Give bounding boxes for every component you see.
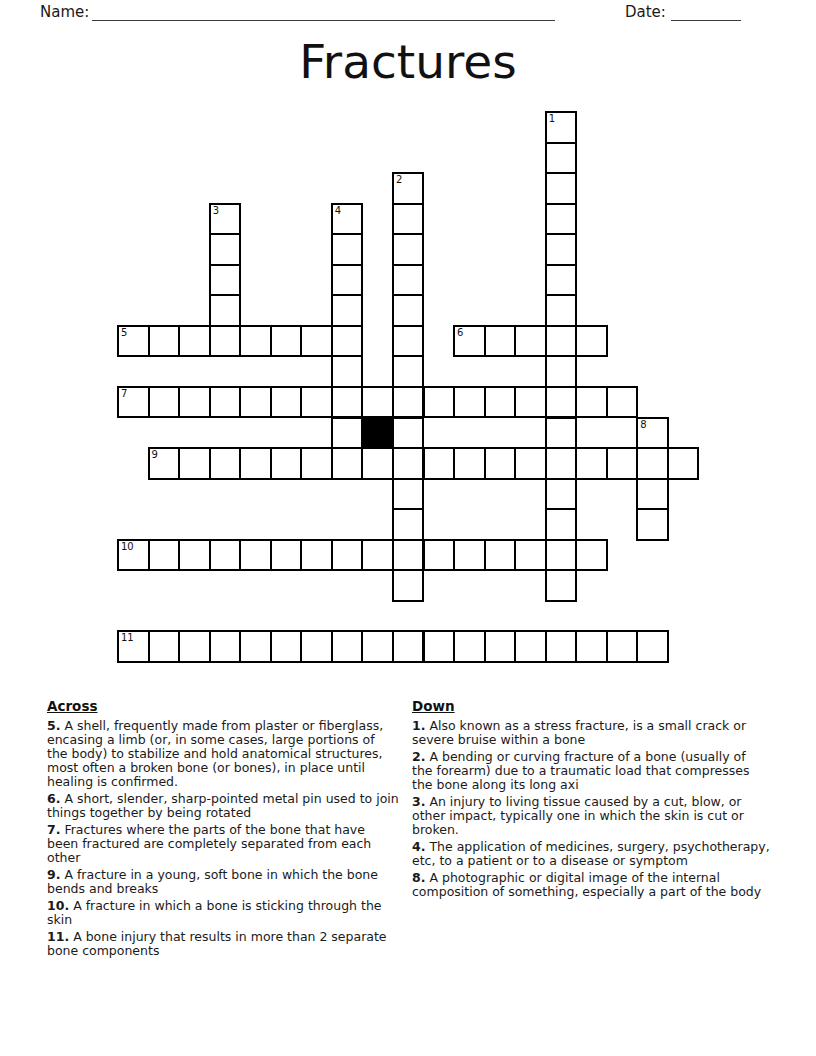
grid-cell[interactable]: 5 — [117, 325, 150, 358]
grid-cell[interactable] — [331, 325, 364, 358]
grid-cell[interactable] — [331, 539, 364, 572]
grid-cell[interactable] — [484, 447, 517, 480]
grid-cell[interactable] — [392, 386, 425, 419]
grid-cell[interactable]: 3 — [209, 203, 242, 236]
grid-cell[interactable] — [300, 325, 333, 358]
down-header: Down — [412, 698, 770, 714]
grid-cell[interactable] — [178, 386, 211, 419]
clue-down-4: 4. The application of medicines, surgery… — [412, 840, 770, 868]
grid-cell[interactable] — [453, 447, 486, 480]
grid-cell[interactable] — [178, 630, 211, 663]
grid-cell[interactable] — [545, 478, 578, 511]
grid-cell[interactable] — [545, 630, 578, 663]
grid-cell[interactable] — [239, 447, 272, 480]
grid-cell[interactable] — [545, 325, 578, 358]
grid-cell[interactable] — [423, 630, 456, 663]
across-clues-column: Across 5. A shell, frequently made from … — [47, 698, 399, 961]
grid-cell[interactable] — [545, 539, 578, 572]
grid-cell[interactable] — [575, 325, 608, 358]
grid-cell[interactable]: 4 — [331, 203, 364, 236]
grid-cell[interactable] — [453, 539, 486, 572]
clue-across-7: 7. Fractures where the parts of the bone… — [47, 823, 399, 865]
across-clue-list: 5. A shell, frequently made from plaster… — [47, 719, 399, 958]
clue-number: 5 — [121, 327, 127, 338]
clue-number: 6 — [457, 327, 463, 338]
grid-cell[interactable] — [392, 478, 425, 511]
grid-cell[interactable] — [545, 142, 578, 175]
grid-cell[interactable] — [545, 508, 578, 541]
clue-number-label: 2. — [412, 749, 425, 764]
grid-cell[interactable] — [392, 417, 425, 450]
page-title: Fractures — [0, 35, 816, 89]
grid-cell[interactable]: 7 — [117, 386, 150, 419]
grid-cell[interactable] — [300, 539, 333, 572]
grid-cell[interactable] — [270, 539, 303, 572]
grid-cell[interactable] — [331, 294, 364, 327]
grid-cell[interactable] — [148, 325, 181, 358]
grid-cell[interactable] — [575, 386, 608, 419]
grid-cell[interactable] — [209, 447, 242, 480]
clue-across-9: 9. A fracture in a young, soft bone in w… — [47, 868, 399, 896]
grid-cell[interactable] — [636, 478, 669, 511]
grid-cell[interactable] — [545, 355, 578, 388]
grid-cell[interactable] — [392, 294, 425, 327]
grid-cell[interactable] — [545, 172, 578, 205]
clue-number: 1 — [549, 113, 555, 124]
grid-cell[interactable] — [484, 325, 517, 358]
grid-cell[interactable] — [514, 630, 547, 663]
grid-cell[interactable] — [514, 325, 547, 358]
grid-cell[interactable] — [545, 447, 578, 480]
grid-cell[interactable]: 9 — [148, 447, 181, 480]
grid-cell[interactable] — [392, 447, 425, 480]
grid-cell[interactable]: 6 — [453, 325, 486, 358]
grid-cell[interactable] — [575, 447, 608, 480]
clue-number: 3 — [213, 205, 219, 216]
grid-cell[interactable] — [545, 264, 578, 297]
grid-cell[interactable] — [148, 386, 181, 419]
clue-number: 9 — [152, 449, 158, 460]
grid-cell[interactable] — [484, 630, 517, 663]
grid-cell[interactable] — [209, 630, 242, 663]
clue-across-11: 11. A bone injury that results in more t… — [47, 930, 399, 958]
grid-cell[interactable] — [606, 447, 639, 480]
grid-cell[interactable] — [392, 630, 425, 663]
grid-cell[interactable] — [453, 630, 486, 663]
grid-cell[interactable]: 8 — [636, 417, 669, 450]
grid-cell[interactable] — [392, 233, 425, 266]
clue-down-2: 2. A bending or curving fracture of a bo… — [412, 750, 770, 792]
grid-cell[interactable] — [300, 630, 333, 663]
grid-cell[interactable] — [361, 447, 394, 480]
grid-cell[interactable] — [270, 630, 303, 663]
grid-cell[interactable] — [636, 508, 669, 541]
grid-cell[interactable] — [545, 569, 578, 602]
grid-cell[interactable] — [239, 386, 272, 419]
grid-cell[interactable] — [392, 355, 425, 388]
grid-cell[interactable] — [209, 233, 242, 266]
clue-number: 7 — [121, 388, 127, 399]
clue-number-label: 1. — [412, 718, 425, 733]
grid-cell[interactable] — [300, 447, 333, 480]
grid-cell[interactable] — [361, 386, 394, 419]
grid-cell[interactable] — [178, 325, 211, 358]
down-clue-list: 1. Also known as a stress fracture, is a… — [412, 719, 770, 899]
name-fill-line[interactable] — [92, 2, 555, 21]
grid-cell[interactable] — [209, 386, 242, 419]
clue-number-label: 8. — [412, 870, 425, 885]
clue-number-label: 6. — [47, 791, 60, 806]
grid-cell[interactable] — [392, 264, 425, 297]
clue-number-label: 7. — [47, 822, 60, 837]
date-fill-line[interactable] — [671, 2, 741, 21]
clue-down-1: 1. Also known as a stress fracture, is a… — [412, 719, 770, 747]
clue-across-5: 5. A shell, frequently made from plaster… — [47, 719, 399, 789]
grid-cell[interactable] — [331, 386, 364, 419]
clue-number: 2 — [396, 174, 402, 185]
grid-cell[interactable] — [392, 325, 425, 358]
clues-section: Across 5. A shell, frequently made from … — [47, 698, 772, 961]
grid-cell[interactable]: 11 — [117, 630, 150, 663]
clue-number-label: 10. — [47, 898, 69, 913]
grid-cell[interactable] — [636, 447, 669, 480]
across-header: Across — [47, 698, 399, 714]
grid-cell[interactable] — [361, 630, 394, 663]
grid-cell[interactable] — [545, 386, 578, 419]
grid-cell[interactable] — [484, 386, 517, 419]
worksheet-page: { "game": "crossword", "title": "Fractur… — [0, 0, 816, 1056]
grid-cell[interactable] — [392, 508, 425, 541]
grid-cell[interactable] — [423, 447, 456, 480]
clue-number-label: 5. — [47, 718, 60, 733]
grid-cell[interactable] — [606, 386, 639, 419]
grid-cell[interactable] — [209, 325, 242, 358]
grid-cell[interactable] — [270, 325, 303, 358]
grid-cell[interactable] — [453, 386, 486, 419]
name-label: Name: — [40, 3, 89, 21]
grid-cell[interactable] — [545, 417, 578, 450]
grid-cell[interactable] — [575, 539, 608, 572]
grid-cell[interactable] — [514, 386, 547, 419]
grid-cell[interactable] — [239, 325, 272, 358]
grid-cell[interactable] — [514, 447, 547, 480]
grid-cell[interactable] — [209, 294, 242, 327]
grid-cell[interactable] — [392, 569, 425, 602]
grid-cell[interactable]: 1 — [545, 111, 578, 144]
grid-cell[interactable] — [209, 539, 242, 572]
grid-cell[interactable] — [270, 447, 303, 480]
crossword-grid: 1234567891011 — [117, 111, 700, 663]
grid-cell[interactable] — [361, 539, 394, 572]
clue-across-6: 6. A short, slender, sharp-pointed metal… — [47, 792, 399, 820]
grid-cell[interactable] — [239, 539, 272, 572]
grid-cell[interactable]: 10 — [117, 539, 150, 572]
grid-cell[interactable] — [667, 447, 700, 480]
clue-down-3: 3. An injury to living tissue caused by … — [412, 795, 770, 837]
grid-cell[interactable] — [331, 355, 364, 388]
grid-cell[interactable] — [331, 447, 364, 480]
grid-cell[interactable] — [606, 630, 639, 663]
clue-number-label: 3. — [412, 794, 425, 809]
grid-cell[interactable] — [484, 539, 517, 572]
grid-cell[interactable] — [575, 630, 608, 663]
clue-number-label: 4. — [412, 839, 425, 854]
grid-cell[interactable] — [331, 233, 364, 266]
clue-number-label: 9. — [47, 867, 60, 882]
clue-number: 4 — [335, 205, 341, 216]
grid-cell[interactable] — [392, 539, 425, 572]
grid-cell[interactable] — [148, 630, 181, 663]
clue-number: 8 — [640, 419, 646, 430]
grid-cell[interactable] — [239, 630, 272, 663]
blocked-cell — [361, 417, 394, 450]
grid-cell[interactable] — [636, 630, 669, 663]
clue-number: 10 — [121, 541, 134, 552]
grid-cell[interactable] — [270, 386, 303, 419]
grid-cell[interactable] — [423, 386, 456, 419]
grid-cell[interactable]: 2 — [392, 172, 425, 205]
grid-cell[interactable] — [331, 417, 364, 450]
clue-number-label: 11. — [47, 929, 69, 944]
grid-cell[interactable] — [209, 264, 242, 297]
grid-cell[interactable] — [300, 386, 333, 419]
down-clues-column: Down 1. Also known as a stress fracture,… — [412, 698, 770, 961]
grid-cell[interactable] — [148, 539, 181, 572]
grid-cell[interactable] — [178, 539, 211, 572]
clue-across-10: 10. A fracture in which a bone is sticki… — [47, 899, 399, 927]
grid-cell[interactable] — [545, 294, 578, 327]
grid-cell[interactable] — [423, 539, 456, 572]
grid-cell[interactable] — [545, 233, 578, 266]
clue-number: 11 — [121, 632, 134, 643]
grid-cell[interactable] — [331, 264, 364, 297]
clue-down-8: 8. A photographic or digital image of th… — [412, 871, 770, 899]
grid-cell[interactable] — [545, 203, 578, 236]
grid-cell[interactable] — [331, 630, 364, 663]
date-label: Date: — [625, 3, 666, 21]
grid-cell[interactable] — [392, 203, 425, 236]
grid-cell[interactable] — [178, 447, 211, 480]
grid-cell[interactable] — [514, 539, 547, 572]
